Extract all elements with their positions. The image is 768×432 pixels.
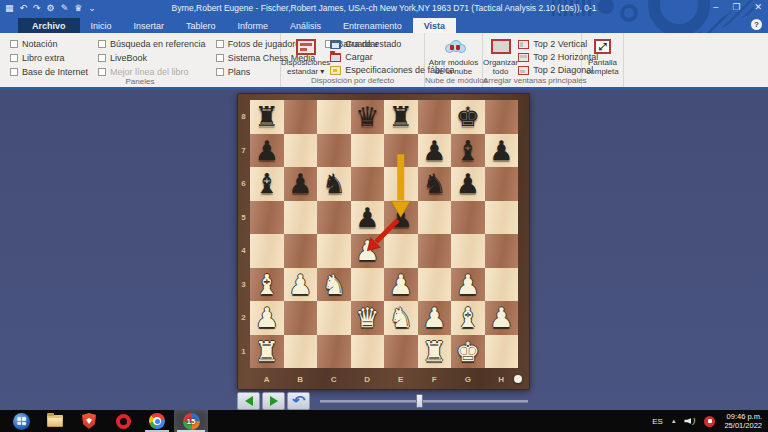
group-nube-de-modulos: Abrir módulosde la nube Nube de módulos — [425, 33, 483, 87]
white-rook-f1[interactable]: ♜ — [418, 335, 452, 369]
white-queen-d2[interactable]: ♛ — [351, 301, 385, 335]
black-pawn-h7[interactable]: ♟ — [485, 134, 519, 168]
black-pawn-e5[interactable]: ♟ — [384, 201, 418, 235]
square-e5[interactable]: ♟ — [384, 201, 418, 235]
file-label-f: F — [418, 368, 452, 390]
square-g1[interactable]: ♚ — [451, 335, 485, 369]
square-a7[interactable]: ♟ — [250, 134, 284, 168]
main-area: 87654321 ♜♛♜♚♟♟♝♟♝♟♞♞♟♟♟♟♝♟♞♟♟♟♛♞♟♝♟♜♜♚ … — [0, 91, 768, 410]
language-indicator[interactable]: ES — [652, 417, 663, 426]
square-h6[interactable] — [485, 167, 519, 201]
file-label-c: C — [317, 368, 351, 390]
black-pawn-a7[interactable]: ♟ — [250, 134, 284, 168]
folder-icon — [47, 415, 63, 427]
group-pantalla-completa: ⤢ Pantallacompleta — [582, 33, 624, 87]
square-c6[interactable]: ♞ — [317, 167, 351, 201]
black-bishop-a6[interactable]: ♝ — [250, 167, 284, 201]
square-g6[interactable]: ♟ — [451, 167, 485, 201]
group-arreglar-ventanas: Organizartodo Top 2 Vertical Top 2 Horiz… — [483, 33, 582, 87]
tab-vista[interactable]: Vista — [413, 18, 456, 33]
taskbar-file-explorer[interactable] — [38, 410, 72, 432]
save-icon — [330, 40, 341, 49]
windows-logo-icon — [17, 417, 26, 425]
rank-label-4: 4 — [237, 234, 250, 268]
group-label-disposicion: Disposición por defecto — [281, 76, 424, 87]
file-label-b: B — [284, 368, 318, 390]
system-tray: ES ▴ ) 09:46 p.m. 25/01/2022 — [652, 412, 768, 430]
square-c3[interactable]: ♞ — [317, 268, 351, 302]
chrome-icon — [149, 413, 165, 429]
rank-label-3: 3 — [237, 268, 250, 302]
square-a2[interactable]: ♟ — [250, 301, 284, 335]
square-c5[interactable] — [317, 201, 351, 235]
checkbox-box[interactable] — [10, 54, 18, 62]
square-e7[interactable] — [384, 134, 418, 168]
square-d4[interactable]: ♟ — [351, 234, 385, 268]
fullscreen-icon: ⤢ — [594, 39, 611, 54]
white-king-g1[interactable]: ♚ — [451, 335, 485, 369]
back-arrow-icon — [245, 396, 253, 406]
file-label-g: G — [451, 368, 485, 390]
top2-horizontal-icon — [518, 53, 529, 62]
white-pawn-d4[interactable]: ♟ — [351, 234, 385, 268]
square-g5[interactable] — [451, 201, 485, 235]
square-f8[interactable] — [418, 100, 452, 134]
rank-label-5: 5 — [237, 201, 250, 235]
white-pawn-a2[interactable]: ♟ — [250, 301, 284, 335]
taskbar-clock[interactable]: 09:46 p.m. 25/01/2022 — [724, 412, 762, 430]
taskbar-opera[interactable] — [106, 410, 140, 432]
square-d3[interactable] — [351, 268, 385, 302]
tab-entrenamiento[interactable]: Entrenamiento — [332, 18, 413, 33]
ribbon-tabs: Archivo Inicio Insertar Tablero Informe … — [0, 18, 768, 33]
forward-move-button[interactable] — [262, 392, 285, 410]
black-bishop-g7[interactable]: ♝ — [451, 134, 485, 168]
game-navigation: ↶ — [237, 391, 530, 411]
speaker-icon[interactable]: ) — [684, 416, 695, 426]
takeback-button[interactable]: ↶ — [287, 392, 310, 410]
group-label-nube: Nube de módulos — [425, 76, 482, 87]
file-label-a: A — [250, 368, 284, 390]
organizar-todo-button[interactable]: Organizartodo — [483, 36, 518, 76]
white-bishop-a3[interactable]: ♝ — [250, 268, 284, 302]
pantalla-completa-button[interactable]: ⤢ Pantallacompleta — [583, 36, 623, 76]
tray-app-icon[interactable] — [704, 416, 715, 427]
file-labels: ABCDEFGH — [250, 368, 518, 390]
group-label-arreglar: Arreglar ventanas principales — [483, 76, 581, 87]
checkbox-box[interactable] — [216, 68, 224, 76]
restore-button[interactable]: ❐ — [732, 2, 740, 12]
disposiciones-estandar-button[interactable]: Disposicionesestandar ▾ — [281, 36, 330, 76]
square-f6[interactable]: ♞ — [418, 167, 452, 201]
white-rook-a1[interactable]: ♜ — [250, 335, 284, 369]
checkbox-mejor-linea-del-libro: Mejor línea del libro — [98, 67, 206, 77]
black-king-g8[interactable]: ♚ — [451, 100, 485, 134]
checkbox-box — [98, 68, 106, 76]
square-e3[interactable]: ♟ — [384, 268, 418, 302]
slider-thumb[interactable] — [416, 394, 423, 408]
board-squares: ♜♛♜♚♟♟♝♟♝♟♞♞♟♟♟♟♝♟♞♟♟♟♛♞♟♝♟♜♜♚ — [250, 100, 518, 368]
hidden-icons-chevron-icon[interactable]: ▴ — [672, 417, 676, 425]
square-h1[interactable] — [485, 335, 519, 369]
takeback-icon: ↶ — [292, 396, 305, 406]
minimize-button[interactable]: – — [713, 2, 718, 12]
arrange-windows-icon — [491, 39, 511, 54]
tab-tablero[interactable]: Tablero — [175, 18, 227, 33]
start-button[interactable] — [4, 410, 38, 432]
black-pawn-d5[interactable]: ♟ — [351, 201, 385, 235]
square-d2[interactable]: ♛ — [351, 301, 385, 335]
rank-label-8: 8 — [237, 100, 250, 134]
white-pawn-f2[interactable]: ♟ — [418, 301, 452, 335]
taskbar-chrome[interactable] — [140, 410, 174, 432]
white-pawn-h2[interactable]: ♟ — [485, 301, 519, 335]
white-pawn-g3[interactable]: ♟ — [451, 268, 485, 302]
rank-labels: 87654321 — [237, 100, 250, 368]
file-label-e: E — [384, 368, 418, 390]
checkbox-notacion[interactable]: Notación — [10, 39, 88, 49]
file-label-h: H — [485, 368, 519, 390]
file-label-d: D — [351, 368, 385, 390]
black-pawn-g6[interactable]: ♟ — [451, 167, 485, 201]
square-e2[interactable]: ♞ — [384, 301, 418, 335]
black-pawn-b6[interactable]: ♟ — [284, 167, 318, 201]
square-e4[interactable] — [384, 234, 418, 268]
square-h5[interactable] — [485, 201, 519, 235]
square-c7[interactable] — [317, 134, 351, 168]
square-f2[interactable]: ♟ — [418, 301, 452, 335]
black-pawn-f7[interactable]: ♟ — [418, 134, 452, 168]
forward-arrow-icon — [270, 396, 278, 406]
square-g4[interactable] — [451, 234, 485, 268]
black-knight-f6[interactable]: ♞ — [418, 167, 452, 201]
square-d1[interactable] — [351, 335, 385, 369]
game-position-slider[interactable] — [320, 392, 530, 410]
square-b6[interactable]: ♟ — [284, 167, 318, 201]
tray-time: 09:46 p.m. — [724, 412, 762, 421]
square-h7[interactable]: ♟ — [485, 134, 519, 168]
square-e1[interactable] — [384, 335, 418, 369]
brave-icon — [82, 413, 96, 429]
square-b7[interactable] — [284, 134, 318, 168]
group-disposicion-por-defecto: Disposicionesestandar ▾ Guardar Cargar E… — [281, 33, 425, 87]
square-f3[interactable] — [418, 268, 452, 302]
rank-label-6: 6 — [237, 167, 250, 201]
group-label-pantalla — [582, 76, 623, 87]
square-c8[interactable] — [317, 100, 351, 134]
white-knight-e2[interactable]: ♞ — [384, 301, 418, 335]
square-d6[interactable] — [351, 167, 385, 201]
square-h4[interactable] — [485, 234, 519, 268]
checkbox-base-de-internet[interactable]: Base de Internet — [10, 67, 88, 77]
tab-insertar[interactable]: Insertar — [123, 18, 176, 33]
square-f4[interactable] — [418, 234, 452, 268]
taskbar: 15 ES ▴ ) 09:46 p.m. 25/01/2022 — [0, 410, 768, 432]
tab-informe[interactable]: Informe — [227, 18, 280, 33]
group-label-paneles: Paneles — [0, 77, 280, 87]
square-g3[interactable]: ♟ — [451, 268, 485, 302]
square-b1[interactable] — [284, 335, 318, 369]
square-b8[interactable] — [284, 100, 318, 134]
square-h2[interactable]: ♟ — [485, 301, 519, 335]
square-d8[interactable]: ♛ — [351, 100, 385, 134]
group-paneles: Notación Libro extra Base de Internet Bú… — [0, 33, 281, 87]
checkbox-box[interactable] — [98, 54, 106, 62]
checkbox-busqueda-en-referencia[interactable]: Búsqueda en referencia — [98, 39, 206, 49]
top2-vertical-icon — [518, 40, 529, 49]
abrir-modulos-nube-button[interactable]: Abrir módulosde la nube — [426, 36, 482, 76]
square-c2[interactable] — [317, 301, 351, 335]
white-pawn-e3[interactable]: ♟ — [384, 268, 418, 302]
taskbar-brave[interactable] — [72, 410, 106, 432]
tab-analisis[interactable]: Análisis — [279, 18, 332, 33]
square-b3[interactable]: ♟ — [284, 268, 318, 302]
close-button[interactable]: ✕ — [754, 2, 762, 12]
slider-groove — [320, 400, 528, 402]
square-d7[interactable] — [351, 134, 385, 168]
square-c1[interactable] — [317, 335, 351, 369]
chessbase-15-icon: 15 — [183, 413, 200, 430]
square-d5[interactable]: ♟ — [351, 201, 385, 235]
cloud-icon — [443, 39, 465, 55]
black-knight-c6[interactable]: ♞ — [317, 167, 351, 201]
white-knight-c3[interactable]: ♞ — [317, 268, 351, 302]
square-b2[interactable] — [284, 301, 318, 335]
checkbox-box[interactable] — [10, 68, 18, 76]
square-b5[interactable] — [284, 201, 318, 235]
taskbar-chessbase-15[interactable]: 15 — [174, 410, 208, 432]
tray-date: 25/01/2022 — [724, 421, 762, 430]
opera-icon — [116, 414, 131, 429]
square-f5[interactable] — [418, 201, 452, 235]
black-queen-d8[interactable]: ♛ — [351, 100, 385, 134]
checkbox-box[interactable] — [10, 40, 18, 48]
square-e8[interactable]: ♜ — [384, 100, 418, 134]
square-a3[interactable]: ♝ — [250, 268, 284, 302]
tab-archivo[interactable]: Archivo — [18, 18, 80, 33]
layout-icon — [296, 39, 316, 55]
square-g8[interactable]: ♚ — [451, 100, 485, 134]
checkbox-box[interactable] — [216, 54, 224, 62]
square-c4[interactable] — [317, 234, 351, 268]
factory-settings-icon — [330, 66, 341, 75]
checkbox-libro-extra[interactable]: Libro extra — [10, 53, 88, 63]
square-h3[interactable] — [485, 268, 519, 302]
checkbox-box[interactable] — [98, 40, 106, 48]
square-h8[interactable] — [485, 100, 519, 134]
square-a4[interactable] — [250, 234, 284, 268]
chess-board: 87654321 ♜♛♜♚♟♟♝♟♝♟♞♞♟♟♟♟♝♟♞♟♟♟♛♞♟♝♟♜♜♚ … — [237, 93, 530, 390]
square-a5[interactable] — [250, 201, 284, 235]
square-g2[interactable]: ♝ — [451, 301, 485, 335]
white-to-move-indicator — [514, 375, 522, 383]
square-a8[interactable]: ♜ — [250, 100, 284, 134]
square-f1[interactable]: ♜ — [418, 335, 452, 369]
square-b4[interactable] — [284, 234, 318, 268]
square-g7[interactable]: ♝ — [451, 134, 485, 168]
help-icon[interactable]: ? — [751, 19, 762, 30]
title-bar: ▦ ↶ ↷ ⚙ ✎ ♛ ⌄ Byrne,Robert Eugene - Fisc… — [0, 0, 768, 18]
rank-label-2: 2 — [237, 301, 250, 335]
checkbox-livebook[interactable]: LiveBook — [98, 53, 206, 63]
load-icon — [330, 53, 341, 62]
ribbon: Notación Libro extra Base de Internet Bú… — [0, 33, 768, 89]
tab-inicio[interactable]: Inicio — [80, 18, 123, 33]
rank-label-7: 7 — [237, 134, 250, 168]
top2-diagonal-icon — [518, 66, 529, 75]
black-rook-e8[interactable]: ♜ — [384, 100, 418, 134]
square-f7[interactable]: ♟ — [418, 134, 452, 168]
white-bishop-g2[interactable]: ♝ — [451, 301, 485, 335]
window-title: Byrne,Robert Eugene - Fischer,Robert Jam… — [0, 3, 768, 13]
square-a6[interactable]: ♝ — [250, 167, 284, 201]
checkbox-box[interactable] — [216, 40, 224, 48]
back-move-button[interactable] — [237, 392, 260, 410]
square-e6[interactable] — [384, 167, 418, 201]
white-pawn-b3[interactable]: ♟ — [284, 268, 318, 302]
rank-label-1: 1 — [237, 335, 250, 369]
black-rook-a8[interactable]: ♜ — [250, 100, 284, 134]
square-a1[interactable]: ♜ — [250, 335, 284, 369]
